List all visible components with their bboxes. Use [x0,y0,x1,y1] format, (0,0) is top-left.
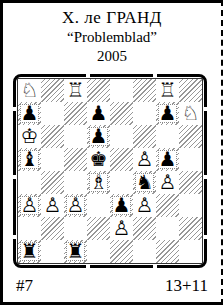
square-d3 [87,194,110,217]
square-g4: ♙ [156,171,179,194]
square-e2: ♙ [110,217,133,240]
square-d4: ♗ [87,171,110,194]
square-f8 [133,79,156,102]
problem-header: Х. ле ГРАНД “Problemblad” 2005 [3,8,221,66]
publication-year: 2005 [3,47,221,66]
square-a8: ♘ [18,79,41,102]
square-e1 [110,240,133,263]
square-g3 [156,194,179,217]
square-g1 [156,240,179,263]
stipulation: #7 [16,276,33,296]
square-f1 [133,240,156,263]
square-b4 [41,171,64,194]
frame-seam [86,265,90,268]
square-c2 [64,217,87,240]
square-h3 [179,194,202,217]
piece-white-knight: ♘ [179,102,202,125]
square-f6 [133,125,156,148]
source-title: “Problemblad” [3,28,221,47]
square-e3: ♟ [110,194,133,217]
square-b5 [41,148,64,171]
piece-white-pawn: ♙ [41,194,64,217]
piece-white-pawn: ♙ [110,217,133,240]
frame-seam [86,74,90,77]
square-g8: ♖ [156,79,179,102]
square-a3: ♙ [18,194,41,217]
piece-black-pawn: ♟ [18,102,41,125]
piece-black-pawn: ♟ [156,102,179,125]
square-g6 [156,125,179,148]
square-a2 [18,217,41,240]
chess-board: ♘♖♖♟♟♟♘♔♟♝♚♙♟♗♞♙♙♙♙♟♙♙♜♜ [17,78,203,264]
frame-seam [204,175,207,179]
square-h5 [179,148,202,171]
square-b7 [41,102,64,125]
square-a7: ♟ [18,102,41,125]
square-d5: ♚ [87,148,110,171]
square-b2 [41,217,64,240]
square-d8 [87,79,110,102]
frame-seam [204,235,207,239]
square-f3: ♙ [133,194,156,217]
piece-white-pawn: ♙ [156,171,179,194]
square-c4 [64,171,87,194]
problem-footer: #7 13+11 [16,276,208,296]
square-b6 [41,125,64,148]
square-h8 [179,79,202,102]
piece-white-rook: ♖ [156,79,179,102]
piece-black-pawn: ♟ [156,148,179,171]
square-c6 [64,125,87,148]
frame-seam [13,175,16,179]
square-g5: ♟ [156,148,179,171]
square-b8 [41,79,64,102]
square-b3: ♙ [41,194,64,217]
square-e6 [110,125,133,148]
square-g7: ♟ [156,102,179,125]
frame-seam [204,107,207,111]
square-d7: ♟ [87,102,110,125]
square-g2 [156,217,179,240]
square-d6: ♟ [87,125,110,148]
square-h6 [179,125,202,148]
square-h7: ♘ [179,102,202,125]
problem-diagram-page: Х. ле ГРАНД “Problemblad” 2005 ♘♖♖♟♟♟♘♔♟… [0,0,223,305]
piece-white-knight: ♘ [18,79,41,102]
piece-white-rook: ♖ [64,79,87,102]
square-a4 [18,171,41,194]
square-c1: ♜ [64,240,87,263]
piece-black-bishop: ♝ [18,148,41,171]
piece-black-rook: ♜ [64,240,87,263]
frame-seam [13,235,16,239]
square-a1: ♜ [18,240,41,263]
piece-white-pawn: ♙ [18,194,41,217]
square-c8: ♖ [64,79,87,102]
piece-white-pawn: ♙ [133,194,156,217]
piece-white-bishop: ♗ [87,171,110,194]
frame-seam [13,107,16,111]
piece-black-pawn: ♟ [110,194,133,217]
material-count: 13+11 [165,276,208,296]
square-d1 [87,240,110,263]
square-c5 [64,148,87,171]
square-e4 [110,171,133,194]
piece-black-king: ♚ [87,148,110,171]
piece-black-pawn: ♟ [87,125,110,148]
square-e7 [110,102,133,125]
frame-seam [153,74,157,77]
author-name: Х. ле ГРАНД [3,8,221,28]
square-a5: ♝ [18,148,41,171]
square-b1 [41,240,64,263]
piece-white-pawn: ♙ [64,194,87,217]
square-h4 [179,171,202,194]
square-a6: ♔ [18,125,41,148]
square-h1 [179,240,202,263]
piece-black-pawn: ♟ [87,102,110,125]
square-c3: ♙ [64,194,87,217]
square-f5: ♙ [133,148,156,171]
square-c7 [64,102,87,125]
square-d2 [87,217,110,240]
square-e8 [110,79,133,102]
square-e5 [110,148,133,171]
piece-white-pawn: ♙ [133,148,156,171]
square-h2 [179,217,202,240]
chess-board-frame: ♘♖♖♟♟♟♘♔♟♝♚♙♟♗♞♙♙♙♙♟♙♙♜♜ [13,74,207,268]
frame-seam [153,265,157,268]
piece-black-knight: ♞ [133,171,156,194]
piece-white-king: ♔ [18,125,41,148]
piece-black-rook: ♜ [18,240,41,263]
square-f4: ♞ [133,171,156,194]
square-f2 [133,217,156,240]
square-f7 [133,102,156,125]
